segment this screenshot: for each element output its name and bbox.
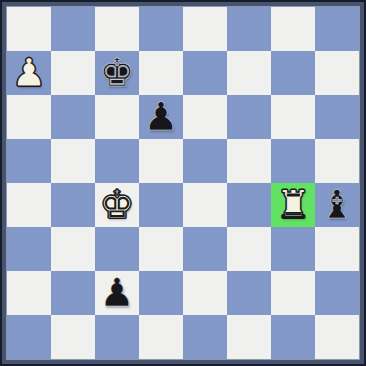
square-f1[interactable] [227,315,271,359]
square-h1[interactable] [315,315,359,359]
black-bishop-piece[interactable]: ♝ [320,183,355,227]
square-c1[interactable] [95,315,139,359]
square-b8[interactable] [51,7,95,51]
square-a2[interactable] [7,271,51,315]
square-g5[interactable] [271,139,315,183]
square-f7[interactable] [227,51,271,95]
square-g7[interactable] [271,51,315,95]
square-b6[interactable] [51,95,95,139]
square-e6[interactable] [183,95,227,139]
square-f4[interactable] [227,183,271,227]
square-c4[interactable]: ♚ [95,183,139,227]
square-c2[interactable]: ♟ [95,271,139,315]
square-a4[interactable] [7,183,51,227]
square-b3[interactable] [51,227,95,271]
black-king-piece[interactable]: ♚ [100,51,135,95]
square-b4[interactable] [51,183,95,227]
square-h3[interactable] [315,227,359,271]
square-b2[interactable] [51,271,95,315]
square-b5[interactable] [51,139,95,183]
square-c8[interactable] [95,7,139,51]
square-h7[interactable] [315,51,359,95]
square-g3[interactable] [271,227,315,271]
square-g1[interactable] [271,315,315,359]
square-e7[interactable] [183,51,227,95]
chess-board: ♟♚♟♚♜♝♟ [7,7,359,359]
square-d1[interactable] [139,315,183,359]
white-pawn-piece[interactable]: ♟ [12,51,47,95]
square-e8[interactable] [183,7,227,51]
square-c5[interactable] [95,139,139,183]
square-b7[interactable] [51,51,95,95]
black-pawn-piece[interactable]: ♟ [144,95,179,139]
square-d2[interactable] [139,271,183,315]
square-h4[interactable]: ♝ [315,183,359,227]
white-king-piece[interactable]: ♚ [100,183,135,227]
square-g2[interactable] [271,271,315,315]
square-a1[interactable] [7,315,51,359]
square-h8[interactable] [315,7,359,51]
square-a7[interactable]: ♟ [7,51,51,95]
square-d6[interactable]: ♟ [139,95,183,139]
square-h2[interactable] [315,271,359,315]
square-d7[interactable] [139,51,183,95]
square-f5[interactable] [227,139,271,183]
black-pawn-piece[interactable]: ♟ [100,271,135,315]
square-c3[interactable] [95,227,139,271]
square-f8[interactable] [227,7,271,51]
square-g6[interactable] [271,95,315,139]
square-a6[interactable] [7,95,51,139]
square-h6[interactable] [315,95,359,139]
square-b1[interactable] [51,315,95,359]
square-g8[interactable] [271,7,315,51]
square-c6[interactable] [95,95,139,139]
white-rook-piece[interactable]: ♜ [276,183,311,227]
square-h5[interactable] [315,139,359,183]
square-a3[interactable] [7,227,51,271]
square-e1[interactable] [183,315,227,359]
square-c7[interactable]: ♚ [95,51,139,95]
square-f6[interactable] [227,95,271,139]
board-frame: ♟♚♟♚♜♝♟ [0,0,366,366]
square-e3[interactable] [183,227,227,271]
square-d4[interactable] [139,183,183,227]
square-e5[interactable] [183,139,227,183]
square-e2[interactable] [183,271,227,315]
square-a5[interactable] [7,139,51,183]
square-f3[interactable] [227,227,271,271]
square-d5[interactable] [139,139,183,183]
square-f2[interactable] [227,271,271,315]
square-g4[interactable]: ♜ [271,183,315,227]
square-e4[interactable] [183,183,227,227]
square-a8[interactable] [7,7,51,51]
square-d8[interactable] [139,7,183,51]
square-d3[interactable] [139,227,183,271]
